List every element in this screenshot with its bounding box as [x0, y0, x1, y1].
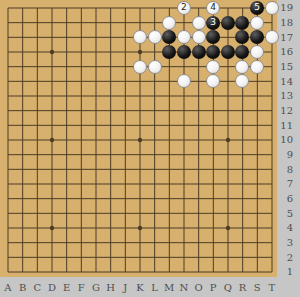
row-label: 17 — [277, 30, 300, 45]
row-label: 4 — [277, 221, 300, 236]
white-stone[interactable] — [192, 30, 206, 44]
column-label: S — [250, 277, 265, 297]
column-label: R — [235, 277, 250, 297]
column-label: P — [206, 277, 221, 297]
row-label: 11 — [277, 118, 300, 133]
white-stone[interactable] — [148, 60, 162, 74]
row-label: 7 — [277, 177, 300, 192]
go-board[interactable]: 2453 — [0, 0, 277, 277]
row-label: 19 — [277, 1, 300, 16]
column-label: G — [89, 277, 104, 297]
black-stone[interactable] — [235, 16, 249, 30]
row-label: 1 — [277, 264, 300, 279]
white-stone[interactable] — [148, 30, 162, 44]
white-stone[interactable]: 4 — [206, 1, 220, 15]
stones-layer: 2453 — [1, 1, 279, 279]
column-label: F — [74, 277, 89, 297]
black-stone[interactable] — [206, 30, 220, 44]
row-label: 3 — [277, 235, 300, 250]
white-stone[interactable] — [206, 60, 220, 74]
column-label: N — [177, 277, 192, 297]
column-label: L — [147, 277, 162, 297]
row-label: 16 — [277, 45, 300, 60]
white-stone[interactable] — [162, 16, 176, 30]
column-label: E — [59, 277, 74, 297]
white-stone[interactable] — [235, 60, 249, 74]
white-stone[interactable] — [250, 16, 264, 30]
column-label: B — [15, 277, 30, 297]
black-stone[interactable] — [162, 30, 176, 44]
row-label: 8 — [277, 162, 300, 177]
white-stone[interactable] — [177, 74, 191, 88]
white-stone[interactable] — [206, 74, 220, 88]
go-diagram: 2453 ABCDEFGHJKLMNOPQRST 191817161514131… — [0, 0, 300, 297]
column-label: Q — [221, 277, 236, 297]
row-label: 2 — [277, 250, 300, 265]
black-stone[interactable]: 5 — [250, 1, 264, 15]
black-stone[interactable] — [177, 45, 191, 59]
row-coordinates: 19181716151413121110987654321 — [277, 1, 300, 279]
row-label: 18 — [277, 15, 300, 30]
black-stone[interactable] — [235, 30, 249, 44]
column-label: C — [30, 277, 45, 297]
column-label: A — [1, 277, 16, 297]
white-stone[interactable] — [192, 16, 206, 30]
black-stone[interactable] — [250, 30, 264, 44]
row-label: 5 — [277, 206, 300, 221]
white-stone[interactable] — [235, 74, 249, 88]
white-stone[interactable] — [133, 60, 147, 74]
white-stone[interactable] — [133, 30, 147, 44]
black-stone[interactable]: 3 — [206, 16, 220, 30]
row-label: 14 — [277, 74, 300, 89]
white-stone[interactable] — [250, 45, 264, 59]
black-stone[interactable] — [221, 16, 235, 30]
row-label: 13 — [277, 89, 300, 104]
column-coordinates: ABCDEFGHJKLMNOPQRST — [1, 277, 279, 297]
column-label: O — [191, 277, 206, 297]
white-stone[interactable] — [177, 30, 191, 44]
column-label: D — [45, 277, 60, 297]
white-stone[interactable] — [250, 60, 264, 74]
black-stone[interactable] — [235, 45, 249, 59]
row-label: 9 — [277, 147, 300, 162]
column-label: J — [118, 277, 133, 297]
black-stone[interactable] — [162, 45, 176, 59]
white-stone[interactable]: 2 — [177, 1, 191, 15]
column-label: T — [264, 277, 279, 297]
black-stone[interactable] — [192, 45, 206, 59]
column-label: K — [133, 277, 148, 297]
column-label: H — [103, 277, 118, 297]
row-label: 15 — [277, 59, 300, 74]
row-label: 10 — [277, 133, 300, 148]
row-label: 6 — [277, 191, 300, 206]
black-stone[interactable] — [221, 45, 235, 59]
column-label: M — [162, 277, 177, 297]
row-label: 12 — [277, 103, 300, 118]
black-stone[interactable] — [206, 45, 220, 59]
